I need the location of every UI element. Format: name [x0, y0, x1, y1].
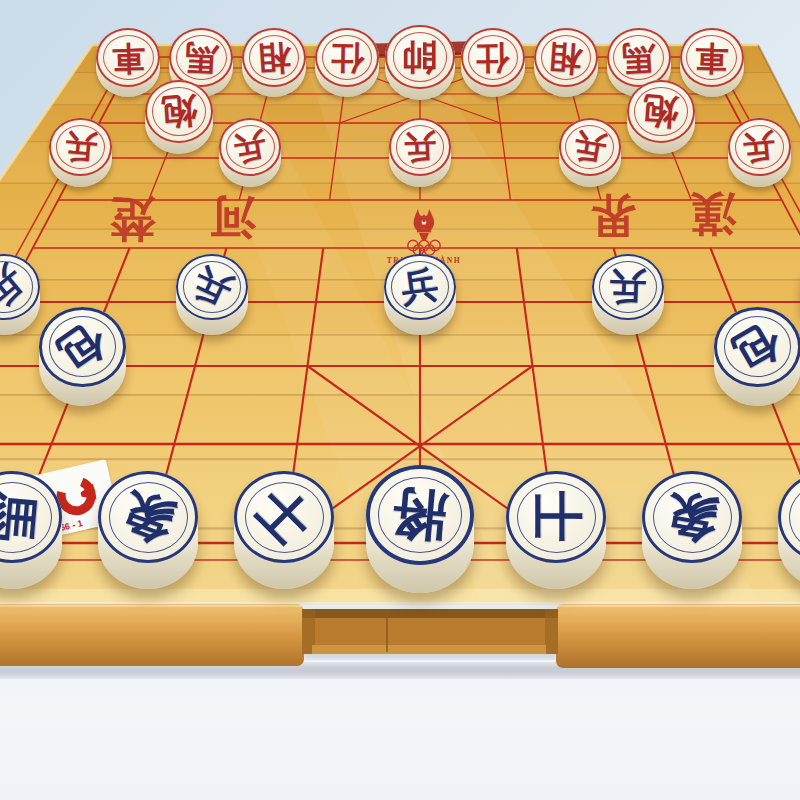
piece-face: 相 [534, 28, 598, 87]
piece-character: 馬 [621, 40, 656, 75]
piece-face: 包 [39, 307, 126, 387]
piece-red-soldier: 兵 [219, 118, 281, 186]
piece-face: 兵 [389, 118, 451, 175]
piece-character: 馬 [0, 489, 40, 545]
piece-face: 包 [714, 307, 800, 387]
piece-face: 兵 [384, 254, 456, 320]
piece-blue-elephant: 象 [98, 471, 198, 589]
piece-character: 士 [530, 491, 582, 543]
piece-face: 馬 [169, 28, 233, 87]
piece-character: 車 [695, 41, 729, 75]
piece-red-advisor: 仕 [461, 28, 525, 97]
piece-character: 將 [390, 485, 450, 545]
piece-red-cannon: 炮 [627, 80, 695, 154]
photo-scene: 楚河界漢 TRUNG THÀNH [0, 0, 800, 800]
piece-character: 兵 [399, 266, 441, 308]
piece-character: 仕 [330, 41, 364, 75]
piece-face: 帥 [385, 25, 454, 89]
piece-blue-soldier: 兵 [0, 254, 40, 335]
piece-character: 炮 [161, 93, 198, 130]
piece-character: 象 [662, 487, 722, 547]
piece-red-soldier: 兵 [559, 118, 621, 186]
piece-face: 仕 [461, 28, 525, 87]
piece-character: 仕 [476, 41, 510, 75]
piece-blue-advisor: 士 [234, 471, 334, 589]
piece-inner-ring [789, 482, 800, 553]
piece-character: 馬 [184, 40, 219, 75]
piece-blue-general: 將 [366, 465, 474, 592]
piece-character: 帥 [402, 39, 438, 75]
piece-face: 象 [642, 471, 742, 563]
piece-blue-cannon: 包 [714, 307, 800, 406]
piece-face: 象 [98, 471, 198, 563]
piece-face: 兵 [728, 118, 790, 175]
piece-face: 將 [366, 465, 474, 564]
piece-face: 兵 [559, 118, 621, 175]
piece-face: 兵 [0, 254, 40, 320]
piece-face: 車 [680, 28, 744, 87]
piece-character: 車 [111, 41, 145, 75]
piece-face: 相 [242, 28, 306, 87]
piece-character: 兵 [63, 129, 98, 164]
piece-blue-soldier: 兵 [592, 254, 664, 335]
piece-face: 兵 [176, 254, 248, 320]
piece-face: 仕 [315, 28, 379, 87]
piece-face: 炮 [627, 80, 695, 143]
piece-face: 馬 [778, 471, 800, 563]
piece-character: 兵 [609, 268, 647, 306]
piece-character: 相 [257, 40, 292, 75]
piece-character: 兵 [742, 129, 777, 164]
piece-character: 相 [548, 40, 583, 75]
piece-blue-cannon: 包 [39, 307, 126, 406]
piece-red-chariot: 車 [96, 28, 160, 97]
piece-face: 兵 [592, 254, 664, 320]
piece-red-general: 帥 [385, 25, 454, 100]
piece-character: 炮 [642, 93, 679, 130]
piece-blue-soldier: 兵 [384, 254, 456, 335]
piece-character: 兵 [571, 128, 608, 165]
pieces-layer: 車馬相仕帥仕相馬車炮炮兵兵兵兵兵兵兵兵兵兵包包車馬象士將士象馬車 [0, 0, 800, 800]
piece-face: 兵 [49, 118, 111, 175]
piece-red-soldier: 兵 [49, 118, 111, 186]
piece-blue-elephant: 象 [642, 471, 742, 589]
piece-face: 車 [96, 28, 160, 87]
piece-red-elephant: 相 [534, 28, 598, 97]
piece-character: 兵 [232, 128, 269, 165]
piece-face: 兵 [219, 118, 281, 175]
piece-face: 炮 [145, 80, 213, 143]
piece-blue-advisor: 士 [506, 471, 606, 589]
piece-red-soldier: 兵 [728, 118, 790, 186]
piece-face: 士 [234, 471, 334, 563]
piece-red-cannon: 炮 [145, 80, 213, 154]
piece-blue-horse: 馬 [0, 471, 62, 589]
piece-red-advisor: 仕 [315, 28, 379, 97]
piece-blue-horse: 馬 [778, 471, 800, 589]
piece-blue-soldier: 兵 [176, 254, 248, 335]
piece-red-elephant: 相 [242, 28, 306, 97]
piece-red-chariot: 車 [680, 28, 744, 97]
piece-face: 士 [506, 471, 606, 563]
piece-red-soldier: 兵 [389, 118, 451, 186]
piece-face: 馬 [607, 28, 671, 87]
piece-character: 兵 [403, 130, 436, 163]
piece-face: 馬 [0, 471, 62, 563]
